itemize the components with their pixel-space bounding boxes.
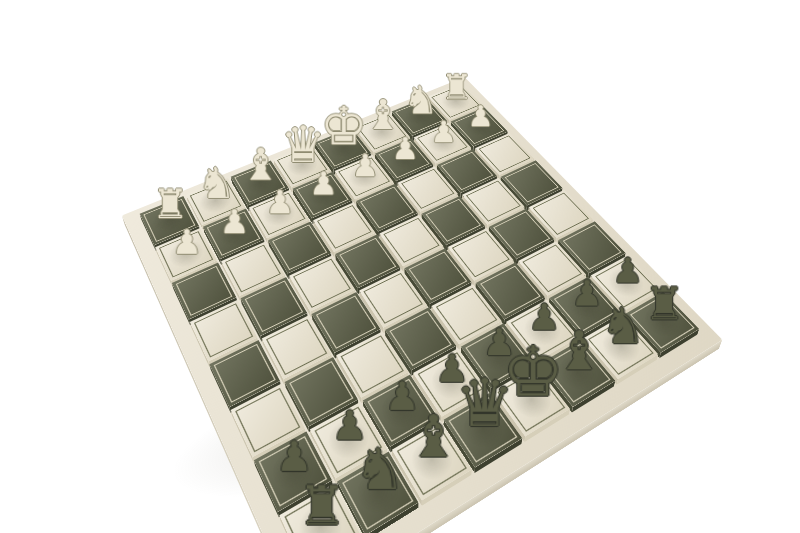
pawn-glyph: ♟ bbox=[392, 133, 419, 162]
knight-glyph: ♞ bbox=[197, 163, 236, 204]
rook-glyph: ♜ bbox=[152, 185, 188, 223]
knight-glyph: ♞ bbox=[354, 442, 406, 497]
pawn-glyph: ♟ bbox=[430, 117, 457, 145]
bishop-glyph: ♝ bbox=[241, 144, 280, 186]
queen-glyph: ♛ bbox=[455, 371, 514, 434]
pawn-glyph: ♟ bbox=[172, 225, 202, 257]
rook-glyph: ♜ bbox=[644, 283, 684, 326]
rook-glyph: ♜ bbox=[298, 480, 346, 531]
pawn-glyph: ♟ bbox=[265, 186, 294, 217]
bishop-glyph: ♝ bbox=[364, 95, 401, 134]
pawn-glyph: ♟ bbox=[467, 102, 493, 130]
pawn-glyph: ♟ bbox=[612, 253, 643, 286]
pawn-glyph: ♟ bbox=[220, 205, 250, 236]
queen-glyph: ♛ bbox=[281, 120, 326, 168]
pawn-glyph: ♟ bbox=[275, 435, 312, 475]
knight-glyph: ♞ bbox=[600, 302, 645, 350]
pawn-glyph: ♟ bbox=[571, 275, 603, 309]
scene: ♜♞♝♛♚♝♞♜♟♟♟♟♟♟♟♟♟♟♟♟♟♟♟♟♜♞♝♛♚♝♞♜ bbox=[0, 0, 800, 533]
pawn-glyph: ♟ bbox=[309, 168, 337, 198]
pawn-glyph: ♟ bbox=[351, 150, 379, 179]
bishop-glyph: ♝ bbox=[407, 409, 459, 464]
king-glyph: ♚ bbox=[320, 101, 367, 151]
